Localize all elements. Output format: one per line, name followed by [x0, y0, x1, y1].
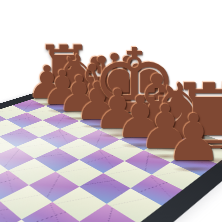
- piece-reflection: [172, 166, 215, 172]
- pieces-layer: ♜♞♝♛♚♝♞♜♟♟♟♟♟♟♟♟: [0, 0, 222, 222]
- product-photo: ♜♞♝♛♚♝♞♜♟♟♟♟♟♟♟♟: [0, 0, 222, 222]
- piece-white-pawn-h2: ♟: [165, 106, 222, 171]
